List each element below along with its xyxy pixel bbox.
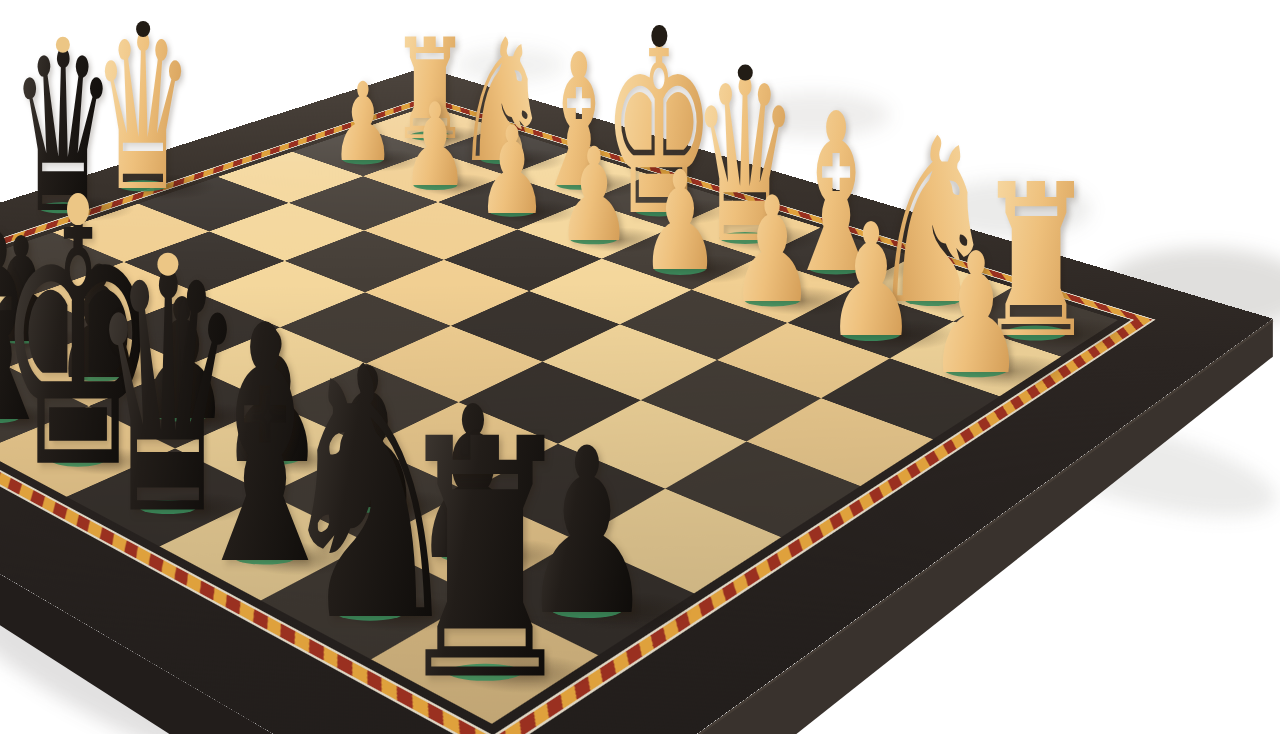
pieces-layer: ♜♞♝♛♚♝♞♜♟♟♟♟♟♟♟♟♟♟♟♟♟♟♟♟♜♞♝♛♚♝♞♜♛♛	[0, 0, 1280, 734]
white-pawn-icon: ♟	[476, 110, 548, 232]
white-pawn-icon: ♟	[331, 69, 395, 178]
white-pawn-icon: ♟	[729, 178, 816, 324]
white-pawn-icon: ♟	[926, 231, 1025, 398]
chess-set-product-photo: ♜♞♝♛♚♝♞♜♟♟♟♟♟♟♟♟♟♟♟♟♟♟♟♟♜♞♝♛♚♝♞♜♛♛	[0, 0, 1280, 734]
boxwood-finial	[67, 193, 89, 225]
black-rook-icon: ♜	[390, 397, 579, 726]
white-pawn-icon: ♟	[640, 154, 721, 291]
white-pawn-icon: ♟	[555, 131, 631, 260]
ebony-finial	[136, 21, 150, 36]
white-pawn-icon: ♟	[401, 89, 469, 204]
ebony-finial	[652, 25, 667, 48]
boxwood-finial	[56, 37, 70, 53]
white-pawn-icon: ♟	[824, 204, 917, 360]
